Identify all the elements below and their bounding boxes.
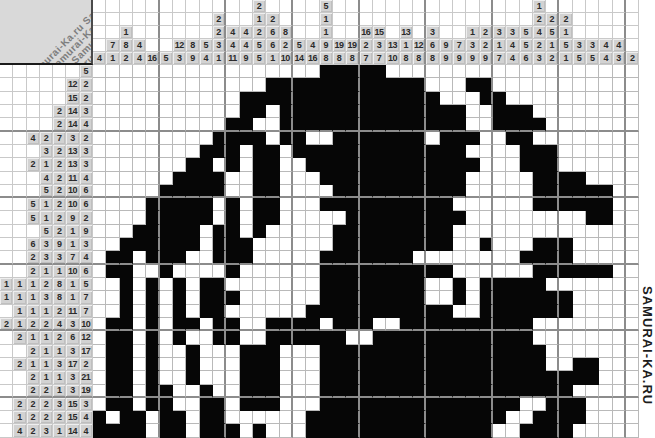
grid-cell[interactable]	[386, 118, 399, 131]
grid-cell[interactable]	[120, 172, 133, 185]
grid-cell[interactable]	[586, 198, 599, 211]
grid-cell[interactable]	[400, 105, 413, 118]
grid-cell[interactable]	[360, 305, 373, 318]
grid-cell[interactable]	[93, 65, 106, 78]
grid-cell[interactable]	[146, 105, 159, 118]
grid-cell[interactable]	[306, 345, 319, 358]
grid-cell[interactable]	[280, 305, 293, 318]
grid-cell[interactable]	[533, 345, 546, 358]
grid-cell[interactable]	[506, 105, 519, 118]
grid-cell[interactable]	[160, 331, 173, 344]
grid-cell[interactable]	[346, 318, 359, 331]
grid-cell[interactable]	[373, 172, 386, 185]
grid-cell[interactable]	[146, 118, 159, 131]
grid-cell[interactable]	[413, 345, 426, 358]
grid-cell[interactable]	[546, 291, 559, 304]
grid-cell[interactable]	[520, 411, 533, 424]
grid-cell[interactable]	[226, 145, 239, 158]
grid-cell[interactable]	[533, 158, 546, 171]
grid-cell[interactable]	[599, 265, 612, 278]
grid-cell[interactable]	[413, 185, 426, 198]
grid-cell[interactable]	[280, 185, 293, 198]
grid-cell[interactable]	[106, 305, 119, 318]
grid-cell[interactable]	[613, 424, 626, 437]
grid-cell[interactable]	[586, 118, 599, 131]
grid-cell[interactable]	[373, 185, 386, 198]
grid-cell[interactable]	[546, 92, 559, 105]
grid-cell[interactable]	[506, 132, 519, 145]
grid-cell[interactable]	[613, 145, 626, 158]
grid-cell[interactable]	[120, 118, 133, 131]
grid-cell[interactable]	[613, 118, 626, 131]
grid-cell[interactable]	[346, 331, 359, 344]
grid-cell[interactable]	[453, 345, 466, 358]
grid-cell[interactable]	[373, 318, 386, 331]
grid-cell[interactable]	[213, 211, 226, 224]
grid-cell[interactable]	[346, 238, 359, 251]
grid-cell[interactable]	[373, 358, 386, 371]
grid-cell[interactable]	[360, 92, 373, 105]
grid-cell[interactable]	[146, 278, 159, 291]
grid-cell[interactable]	[440, 185, 453, 198]
grid-cell[interactable]	[626, 318, 639, 331]
grid-cell[interactable]	[186, 78, 199, 91]
grid-cell[interactable]	[266, 211, 279, 224]
grid-cell[interactable]	[533, 185, 546, 198]
grid-cell[interactable]	[333, 318, 346, 331]
grid-cell[interactable]	[573, 172, 586, 185]
grid-cell[interactable]	[480, 265, 493, 278]
grid-cell[interactable]	[559, 278, 572, 291]
grid-cell[interactable]	[493, 331, 506, 344]
grid-cell[interactable]	[333, 225, 346, 238]
grid-cell[interactable]	[320, 265, 333, 278]
grid-cell[interactable]	[186, 185, 199, 198]
grid-cell[interactable]	[333, 371, 346, 384]
grid-cell[interactable]	[400, 278, 413, 291]
grid-cell[interactable]	[333, 92, 346, 105]
grid-cell[interactable]	[293, 132, 306, 145]
grid-cell[interactable]	[106, 358, 119, 371]
grid-cell[interactable]	[546, 185, 559, 198]
grid-cell[interactable]	[106, 385, 119, 398]
grid-cell[interactable]	[146, 145, 159, 158]
grid-cell[interactable]	[253, 398, 266, 411]
grid-cell[interactable]	[506, 424, 519, 437]
grid-cell[interactable]	[480, 78, 493, 91]
grid-cell[interactable]	[413, 132, 426, 145]
grid-cell[interactable]	[626, 185, 639, 198]
grid-cell[interactable]	[160, 411, 173, 424]
grid-cell[interactable]	[426, 158, 439, 171]
grid-cell[interactable]	[426, 411, 439, 424]
grid-cell[interactable]	[559, 92, 572, 105]
grid-cell[interactable]	[506, 145, 519, 158]
grid-cell[interactable]	[586, 105, 599, 118]
grid-cell[interactable]	[626, 92, 639, 105]
grid-cell[interactable]	[493, 371, 506, 384]
grid-cell[interactable]	[240, 358, 253, 371]
grid-cell[interactable]	[613, 238, 626, 251]
grid-cell[interactable]	[546, 278, 559, 291]
grid-cell[interactable]	[306, 78, 319, 91]
grid-cell[interactable]	[93, 145, 106, 158]
grid-cell[interactable]	[253, 318, 266, 331]
grid-cell[interactable]	[200, 331, 213, 344]
grid-cell[interactable]	[106, 105, 119, 118]
grid-cell[interactable]	[200, 358, 213, 371]
grid-cell[interactable]	[146, 172, 159, 185]
grid-cell[interactable]	[626, 398, 639, 411]
grid-cell[interactable]	[613, 331, 626, 344]
grid-cell[interactable]	[466, 358, 479, 371]
grid-cell[interactable]	[533, 92, 546, 105]
grid-cell[interactable]	[546, 225, 559, 238]
grid-cell[interactable]	[306, 305, 319, 318]
grid-cell[interactable]	[226, 172, 239, 185]
grid-cell[interactable]	[226, 345, 239, 358]
grid-cell[interactable]	[306, 198, 319, 211]
grid-cell[interactable]	[453, 238, 466, 251]
grid-cell[interactable]	[200, 385, 213, 398]
grid-cell[interactable]	[133, 331, 146, 344]
grid-cell[interactable]	[586, 305, 599, 318]
grid-cell[interactable]	[626, 251, 639, 264]
grid-cell[interactable]	[626, 358, 639, 371]
grid-cell[interactable]	[240, 371, 253, 384]
grid-cell[interactable]	[186, 424, 199, 437]
grid-cell[interactable]	[120, 198, 133, 211]
grid-cell[interactable]	[546, 265, 559, 278]
grid-cell[interactable]	[613, 132, 626, 145]
grid-cell[interactable]	[320, 345, 333, 358]
grid-cell[interactable]	[200, 318, 213, 331]
grid-cell[interactable]	[173, 185, 186, 198]
grid-cell[interactable]	[453, 358, 466, 371]
grid-cell[interactable]	[293, 92, 306, 105]
grid-cell[interactable]	[599, 371, 612, 384]
grid-cell[interactable]	[533, 65, 546, 78]
grid-cell[interactable]	[453, 411, 466, 424]
grid-cell[interactable]	[466, 331, 479, 344]
grid-cell[interactable]	[280, 172, 293, 185]
grid-cell[interactable]	[240, 291, 253, 304]
grid-cell[interactable]	[586, 172, 599, 185]
grid-cell[interactable]	[333, 132, 346, 145]
grid-cell[interactable]	[240, 265, 253, 278]
grid-cell[interactable]	[320, 411, 333, 424]
grid-cell[interactable]	[266, 265, 279, 278]
grid-cell[interactable]	[440, 145, 453, 158]
grid-cell[interactable]	[480, 92, 493, 105]
grid-cell[interactable]	[266, 105, 279, 118]
grid-cell[interactable]	[493, 78, 506, 91]
grid-cell[interactable]	[240, 132, 253, 145]
grid-cell[interactable]	[520, 211, 533, 224]
grid-cell[interactable]	[493, 158, 506, 171]
grid-cell[interactable]	[413, 265, 426, 278]
grid-cell[interactable]	[613, 185, 626, 198]
grid-cell[interactable]	[173, 385, 186, 398]
grid-cell[interactable]	[280, 318, 293, 331]
grid-cell[interactable]	[466, 318, 479, 331]
grid-cell[interactable]	[306, 92, 319, 105]
grid-cell[interactable]	[546, 331, 559, 344]
grid-cell[interactable]	[426, 291, 439, 304]
grid-cell[interactable]	[400, 65, 413, 78]
grid-cell[interactable]	[626, 65, 639, 78]
grid-cell[interactable]	[453, 145, 466, 158]
grid-cell[interactable]	[533, 398, 546, 411]
grid-cell[interactable]	[466, 145, 479, 158]
grid-cell[interactable]	[586, 358, 599, 371]
grid-cell[interactable]	[186, 291, 199, 304]
grid-cell[interactable]	[533, 78, 546, 91]
grid-cell[interactable]	[120, 411, 133, 424]
grid-cell[interactable]	[226, 238, 239, 251]
grid-cell[interactable]	[386, 132, 399, 145]
grid-cell[interactable]	[253, 251, 266, 264]
grid-cell[interactable]	[413, 331, 426, 344]
grid-cell[interactable]	[520, 92, 533, 105]
grid-cell[interactable]	[186, 331, 199, 344]
grid-cell[interactable]	[226, 385, 239, 398]
grid-cell[interactable]	[226, 318, 239, 331]
grid-cell[interactable]	[373, 424, 386, 437]
grid-cell[interactable]	[506, 198, 519, 211]
grid-cell[interactable]	[93, 318, 106, 331]
grid-cell[interactable]	[200, 238, 213, 251]
grid-cell[interactable]	[160, 132, 173, 145]
grid-cell[interactable]	[146, 424, 159, 437]
grid-cell[interactable]	[146, 358, 159, 371]
grid-cell[interactable]	[333, 65, 346, 78]
grid-cell[interactable]	[306, 145, 319, 158]
grid-cell[interactable]	[173, 158, 186, 171]
grid-cell[interactable]	[533, 265, 546, 278]
grid-cell[interactable]	[320, 331, 333, 344]
grid-cell[interactable]	[386, 145, 399, 158]
grid-cell[interactable]	[346, 411, 359, 424]
grid-cell[interactable]	[506, 318, 519, 331]
grid-cell[interactable]	[120, 65, 133, 78]
grid-cell[interactable]	[426, 424, 439, 437]
grid-cell[interactable]	[520, 132, 533, 145]
grid-cell[interactable]	[453, 291, 466, 304]
grid-cell[interactable]	[386, 278, 399, 291]
grid-cell[interactable]	[213, 198, 226, 211]
grid-cell[interactable]	[333, 118, 346, 131]
grid-cell[interactable]	[160, 92, 173, 105]
grid-cell[interactable]	[133, 251, 146, 264]
grid-cell[interactable]	[533, 411, 546, 424]
grid-cell[interactable]	[333, 172, 346, 185]
grid-cell[interactable]	[266, 318, 279, 331]
grid-cell[interactable]	[333, 424, 346, 437]
grid-cell[interactable]	[546, 371, 559, 384]
grid-cell[interactable]	[226, 424, 239, 437]
grid-cell[interactable]	[253, 105, 266, 118]
grid-cell[interactable]	[306, 398, 319, 411]
grid-cell[interactable]	[253, 265, 266, 278]
grid-cell[interactable]	[266, 411, 279, 424]
grid-cell[interactable]	[120, 398, 133, 411]
grid-cell[interactable]	[559, 185, 572, 198]
grid-cell[interactable]	[400, 238, 413, 251]
grid-cell[interactable]	[333, 158, 346, 171]
grid-cell[interactable]	[386, 251, 399, 264]
grid-cell[interactable]	[133, 278, 146, 291]
grid-cell[interactable]	[320, 291, 333, 304]
grid-cell[interactable]	[186, 198, 199, 211]
grid-cell[interactable]	[106, 158, 119, 171]
grid-cell[interactable]	[133, 345, 146, 358]
grid-cell[interactable]	[266, 145, 279, 158]
grid-cell[interactable]	[493, 358, 506, 371]
grid-cell[interactable]	[573, 411, 586, 424]
grid-cell[interactable]	[133, 172, 146, 185]
grid-cell[interactable]	[293, 385, 306, 398]
grid-cell[interactable]	[440, 358, 453, 371]
grid-cell[interactable]	[346, 385, 359, 398]
grid-cell[interactable]	[253, 291, 266, 304]
grid-cell[interactable]	[346, 251, 359, 264]
grid-cell[interactable]	[93, 105, 106, 118]
grid-cell[interactable]	[133, 398, 146, 411]
grid-cell[interactable]	[413, 411, 426, 424]
grid-cell[interactable]	[213, 145, 226, 158]
grid-cell[interactable]	[266, 118, 279, 131]
grid-cell[interactable]	[520, 158, 533, 171]
grid-cell[interactable]	[400, 424, 413, 437]
grid-cell[interactable]	[293, 145, 306, 158]
grid-cell[interactable]	[253, 371, 266, 384]
grid-cell[interactable]	[520, 105, 533, 118]
grid-cell[interactable]	[466, 92, 479, 105]
grid-cell[interactable]	[146, 225, 159, 238]
grid-cell[interactable]	[533, 198, 546, 211]
grid-cell[interactable]	[280, 211, 293, 224]
grid-cell[interactable]	[400, 185, 413, 198]
grid-cell[interactable]	[160, 65, 173, 78]
grid-cell[interactable]	[440, 198, 453, 211]
grid-cell[interactable]	[93, 424, 106, 437]
grid-cell[interactable]	[480, 172, 493, 185]
grid-cell[interactable]	[440, 345, 453, 358]
grid-cell[interactable]	[599, 398, 612, 411]
grid-cell[interactable]	[333, 251, 346, 264]
grid-cell[interactable]	[573, 345, 586, 358]
grid-cell[interactable]	[386, 424, 399, 437]
grid-cell[interactable]	[253, 211, 266, 224]
grid-cell[interactable]	[160, 345, 173, 358]
grid-cell[interactable]	[480, 225, 493, 238]
grid-cell[interactable]	[266, 251, 279, 264]
grid-cell[interactable]	[266, 278, 279, 291]
grid-cell[interactable]	[306, 265, 319, 278]
grid-cell[interactable]	[480, 211, 493, 224]
grid-cell[interactable]	[146, 371, 159, 384]
grid-cell[interactable]	[120, 385, 133, 398]
grid-cell[interactable]	[146, 345, 159, 358]
grid-cell[interactable]	[200, 198, 213, 211]
grid-cell[interactable]	[173, 358, 186, 371]
grid-cell[interactable]	[520, 198, 533, 211]
grid-cell[interactable]	[253, 411, 266, 424]
grid-cell[interactable]	[546, 105, 559, 118]
grid-cell[interactable]	[160, 172, 173, 185]
grid-cell[interactable]	[386, 65, 399, 78]
grid-cell[interactable]	[413, 251, 426, 264]
grid-cell[interactable]	[160, 211, 173, 224]
grid-cell[interactable]	[493, 291, 506, 304]
grid-cell[interactable]	[120, 345, 133, 358]
grid-cell[interactable]	[386, 105, 399, 118]
grid-cell[interactable]	[360, 158, 373, 171]
grid-cell[interactable]	[480, 385, 493, 398]
grid-cell[interactable]	[520, 238, 533, 251]
grid-cell[interactable]	[320, 105, 333, 118]
grid-cell[interactable]	[386, 331, 399, 344]
grid-cell[interactable]	[400, 78, 413, 91]
grid-cell[interactable]	[373, 291, 386, 304]
grid-cell[interactable]	[493, 211, 506, 224]
grid-cell[interactable]	[613, 411, 626, 424]
grid-cell[interactable]	[226, 398, 239, 411]
grid-cell[interactable]	[146, 132, 159, 145]
grid-cell[interactable]	[586, 424, 599, 437]
grid-cell[interactable]	[240, 158, 253, 171]
grid-cell[interactable]	[306, 225, 319, 238]
grid-cell[interactable]	[599, 185, 612, 198]
grid-cell[interactable]	[466, 185, 479, 198]
grid-cell[interactable]	[186, 251, 199, 264]
grid-cell[interactable]	[333, 385, 346, 398]
grid-cell[interactable]	[599, 251, 612, 264]
grid-cell[interactable]	[373, 211, 386, 224]
grid-cell[interactable]	[559, 198, 572, 211]
grid-cell[interactable]	[306, 371, 319, 384]
grid-cell[interactable]	[173, 371, 186, 384]
grid-cell[interactable]	[573, 225, 586, 238]
grid-cell[interactable]	[493, 238, 506, 251]
grid-cell[interactable]	[613, 105, 626, 118]
grid-cell[interactable]	[280, 291, 293, 304]
grid-cell[interactable]	[360, 78, 373, 91]
grid-cell[interactable]	[253, 305, 266, 318]
grid-cell[interactable]	[346, 398, 359, 411]
grid-cell[interactable]	[120, 424, 133, 437]
grid-cell[interactable]	[186, 371, 199, 384]
grid-cell[interactable]	[520, 371, 533, 384]
grid-cell[interactable]	[360, 105, 373, 118]
grid-cell[interactable]	[226, 225, 239, 238]
grid-cell[interactable]	[120, 105, 133, 118]
grid-cell[interactable]	[186, 305, 199, 318]
grid-cell[interactable]	[586, 78, 599, 91]
grid-cell[interactable]	[386, 172, 399, 185]
grid-cell[interactable]	[226, 198, 239, 211]
grid-cell[interactable]	[559, 345, 572, 358]
grid-cell[interactable]	[493, 265, 506, 278]
grid-cell[interactable]	[226, 358, 239, 371]
grid-cell[interactable]	[573, 105, 586, 118]
grid-cell[interactable]	[373, 92, 386, 105]
grid-cell[interactable]	[386, 185, 399, 198]
grid-cell[interactable]	[333, 198, 346, 211]
grid-cell[interactable]	[106, 424, 119, 437]
grid-cell[interactable]	[360, 65, 373, 78]
